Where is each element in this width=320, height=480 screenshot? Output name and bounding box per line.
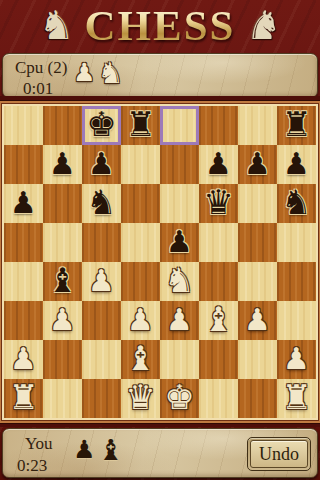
piece-white-pawn[interactable]: ♟ bbox=[127, 305, 154, 335]
square-f5[interactable] bbox=[199, 223, 238, 262]
square-c5[interactable] bbox=[82, 223, 121, 262]
knight-icon-left: ♞ bbox=[39, 4, 75, 48]
square-e3[interactable]: ♟ bbox=[160, 301, 199, 340]
header: ♞ CHESS ♞ bbox=[0, 0, 320, 52]
square-f8[interactable] bbox=[199, 106, 238, 145]
square-a4[interactable] bbox=[4, 262, 43, 301]
square-f2[interactable] bbox=[199, 340, 238, 379]
square-b5[interactable] bbox=[43, 223, 82, 262]
captured-white-pawn-icon: ♟ bbox=[73, 58, 95, 88]
piece-black-rook[interactable]: ♜ bbox=[281, 108, 311, 142]
piece-black-rook[interactable]: ♜ bbox=[125, 108, 155, 142]
piece-white-rook[interactable]: ♜ bbox=[281, 381, 311, 415]
square-g5[interactable] bbox=[238, 223, 277, 262]
square-c7[interactable]: ♟ bbox=[82, 145, 121, 184]
piece-white-pawn[interactable]: ♟ bbox=[283, 344, 310, 374]
square-f1[interactable] bbox=[199, 379, 238, 418]
square-h4[interactable] bbox=[277, 262, 316, 301]
square-b3[interactable]: ♟ bbox=[43, 301, 82, 340]
square-g1[interactable] bbox=[238, 379, 277, 418]
square-f4[interactable] bbox=[199, 262, 238, 301]
opponent-bar: Cpu (2) 0:01 ♟♞ bbox=[2, 53, 318, 98]
player-captured-tray: ♟♝ bbox=[73, 435, 123, 465]
square-d4[interactable] bbox=[121, 262, 160, 301]
opponent-captured-tray: ♟♞ bbox=[73, 58, 123, 88]
captured-black-pawn-icon: ♟ bbox=[73, 435, 95, 465]
player-bar: You 0:23 ♟♝ Undo bbox=[2, 428, 318, 478]
square-e7[interactable] bbox=[160, 145, 199, 184]
square-f6[interactable]: ♛ bbox=[199, 184, 238, 223]
square-h8[interactable]: ♜ bbox=[277, 106, 316, 145]
square-h1[interactable]: ♜ bbox=[277, 379, 316, 418]
square-h2[interactable]: ♟ bbox=[277, 340, 316, 379]
piece-black-queen[interactable]: ♛ bbox=[203, 186, 233, 220]
undo-button[interactable]: Undo bbox=[247, 437, 311, 471]
square-a7[interactable] bbox=[4, 145, 43, 184]
square-e8[interactable] bbox=[160, 106, 199, 145]
square-b4[interactable]: ♝ bbox=[43, 262, 82, 301]
square-b1[interactable] bbox=[43, 379, 82, 418]
piece-black-king[interactable]: ♚ bbox=[86, 108, 116, 142]
square-a6[interactable]: ♟ bbox=[4, 184, 43, 223]
square-b8[interactable] bbox=[43, 106, 82, 145]
square-f3[interactable]: ♝ bbox=[199, 301, 238, 340]
square-a5[interactable] bbox=[4, 223, 43, 262]
square-g4[interactable] bbox=[238, 262, 277, 301]
square-h7[interactable]: ♟ bbox=[277, 145, 316, 184]
piece-white-pawn[interactable]: ♟ bbox=[166, 305, 193, 335]
square-d2[interactable]: ♝ bbox=[121, 340, 160, 379]
square-d1[interactable]: ♛ bbox=[121, 379, 160, 418]
square-e2[interactable] bbox=[160, 340, 199, 379]
square-g6[interactable] bbox=[238, 184, 277, 223]
square-d3[interactable]: ♟ bbox=[121, 301, 160, 340]
square-g2[interactable] bbox=[238, 340, 277, 379]
piece-white-pawn[interactable]: ♟ bbox=[49, 305, 76, 335]
piece-white-queen[interactable]: ♛ bbox=[125, 381, 155, 415]
square-g3[interactable]: ♟ bbox=[238, 301, 277, 340]
square-g7[interactable]: ♟ bbox=[238, 145, 277, 184]
square-a8[interactable] bbox=[4, 106, 43, 145]
captured-black-bishop-icon: ♝ bbox=[97, 435, 123, 465]
square-f7[interactable]: ♟ bbox=[199, 145, 238, 184]
square-c4[interactable]: ♟ bbox=[82, 262, 121, 301]
piece-black-pawn[interactable]: ♟ bbox=[283, 149, 310, 179]
square-d5[interactable] bbox=[121, 223, 160, 262]
square-d6[interactable] bbox=[121, 184, 160, 223]
square-c2[interactable] bbox=[82, 340, 121, 379]
knight-icon-right: ♞ bbox=[246, 4, 282, 48]
chess-app: ♞ CHESS ♞ Cpu (2) 0:01 ♟♞ ♚♜♜♟♟♟♟♟♟♞♛♞♟♝… bbox=[0, 0, 320, 480]
square-d7[interactable] bbox=[121, 145, 160, 184]
square-h6[interactable]: ♞ bbox=[277, 184, 316, 223]
board-frame: ♚♜♜♟♟♟♟♟♟♞♛♞♟♝♟♞♟♟♟♝♟♟♝♟♜♛♚♜ bbox=[0, 96, 320, 427]
piece-black-knight[interactable]: ♞ bbox=[86, 186, 116, 220]
square-b2[interactable] bbox=[43, 340, 82, 379]
square-c3[interactable] bbox=[82, 301, 121, 340]
piece-white-pawn[interactable]: ♟ bbox=[88, 266, 115, 296]
square-b7[interactable]: ♟ bbox=[43, 145, 82, 184]
square-d8[interactable]: ♜ bbox=[121, 106, 160, 145]
piece-white-king[interactable]: ♚ bbox=[164, 381, 194, 415]
square-e6[interactable] bbox=[160, 184, 199, 223]
square-e4[interactable]: ♞ bbox=[160, 262, 199, 301]
piece-white-knight[interactable]: ♞ bbox=[164, 264, 194, 298]
app-title: CHESS bbox=[84, 2, 235, 50]
piece-white-pawn[interactable]: ♟ bbox=[244, 305, 271, 335]
undo-button-label: Undo bbox=[250, 440, 308, 468]
piece-black-pawn[interactable]: ♟ bbox=[244, 149, 271, 179]
square-h5[interactable] bbox=[277, 223, 316, 262]
board: ♚♜♜♟♟♟♟♟♟♞♛♞♟♝♟♞♟♟♟♝♟♟♝♟♜♛♚♜ bbox=[2, 104, 318, 420]
piece-black-pawn[interactable]: ♟ bbox=[166, 227, 193, 257]
square-h3[interactable] bbox=[277, 301, 316, 340]
square-e5[interactable]: ♟ bbox=[160, 223, 199, 262]
square-b6[interactable] bbox=[43, 184, 82, 223]
piece-black-bishop[interactable]: ♝ bbox=[47, 264, 77, 298]
piece-black-pawn[interactable]: ♟ bbox=[10, 188, 37, 218]
opponent-name: Cpu (2) bbox=[3, 54, 317, 78]
square-e1[interactable]: ♚ bbox=[160, 379, 199, 418]
piece-black-knight[interactable]: ♞ bbox=[281, 186, 311, 220]
piece-black-pawn[interactable]: ♟ bbox=[205, 149, 232, 179]
piece-black-pawn[interactable]: ♟ bbox=[88, 149, 115, 179]
piece-white-bishop[interactable]: ♝ bbox=[203, 303, 233, 337]
square-c8[interactable]: ♚ bbox=[82, 106, 121, 145]
piece-white-bishop[interactable]: ♝ bbox=[125, 342, 155, 376]
piece-white-pawn[interactable]: ♟ bbox=[10, 344, 37, 374]
square-a2[interactable]: ♟ bbox=[4, 340, 43, 379]
square-a1[interactable]: ♜ bbox=[4, 379, 43, 418]
square-g8[interactable] bbox=[238, 106, 277, 145]
piece-white-rook[interactable]: ♜ bbox=[8, 381, 38, 415]
square-c6[interactable]: ♞ bbox=[82, 184, 121, 223]
captured-white-knight-icon: ♞ bbox=[97, 58, 123, 88]
square-a3[interactable] bbox=[4, 301, 43, 340]
square-c1[interactable] bbox=[82, 379, 121, 418]
piece-black-pawn[interactable]: ♟ bbox=[49, 149, 76, 179]
